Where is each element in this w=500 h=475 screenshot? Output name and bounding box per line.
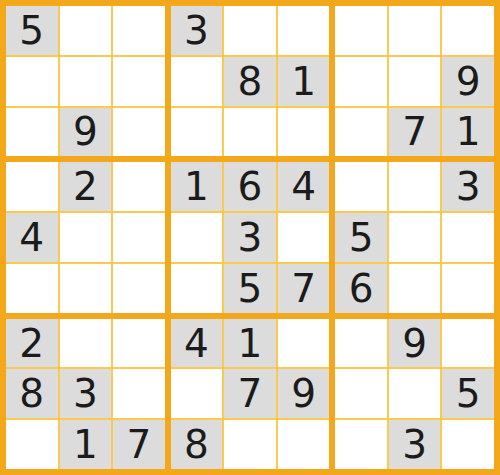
cell-r6c3[interactable]: [113, 264, 165, 313]
cell-r8c4[interactable]: [171, 369, 223, 418]
cell-r2c6: 1: [278, 57, 330, 106]
cell-r4c3[interactable]: [113, 162, 165, 211]
cell-r9c5[interactable]: [224, 420, 276, 469]
cell-r3c5[interactable]: [224, 108, 276, 157]
cell-r9c9[interactable]: [442, 420, 494, 469]
cell-r1c7[interactable]: [335, 6, 387, 55]
cell-r5c4[interactable]: [171, 213, 223, 262]
cell-r8c2: 3: [60, 369, 112, 418]
cell-r1c3[interactable]: [113, 6, 165, 55]
box-7: 28317: [6, 319, 165, 469]
cell-r5c3[interactable]: [113, 213, 165, 262]
cell-r1c8[interactable]: [389, 6, 441, 55]
cell-r5c9[interactable]: [442, 213, 494, 262]
sudoku-grid: 59 381 971 24 164357 356 28317 41798 953: [6, 6, 494, 469]
cell-r1c4: 3: [171, 6, 223, 55]
cell-r2c1[interactable]: [6, 57, 58, 106]
cell-r9c2: 1: [60, 420, 112, 469]
cell-r8c5: 7: [224, 369, 276, 418]
cell-r4c6: 4: [278, 162, 330, 211]
cell-r9c3: 7: [113, 420, 165, 469]
cell-r8c6: 9: [278, 369, 330, 418]
cell-r6c8[interactable]: [389, 264, 441, 313]
cell-r5c6[interactable]: [278, 213, 330, 262]
cell-r3c1[interactable]: [6, 108, 58, 157]
cell-r9c4: 8: [171, 420, 223, 469]
cell-r4c7[interactable]: [335, 162, 387, 211]
cell-r9c7[interactable]: [335, 420, 387, 469]
box-1: 59: [6, 6, 165, 156]
cell-r7c9[interactable]: [442, 319, 494, 368]
cell-r3c2: 9: [60, 108, 112, 157]
cell-r7c2[interactable]: [60, 319, 112, 368]
cell-r6c1[interactable]: [6, 264, 58, 313]
cell-r4c5: 6: [224, 162, 276, 211]
box-6: 356: [335, 162, 494, 312]
cell-r2c7[interactable]: [335, 57, 387, 106]
cell-r1c9[interactable]: [442, 6, 494, 55]
cell-r3c8: 7: [389, 108, 441, 157]
cell-r7c4: 4: [171, 319, 223, 368]
cell-r8c3[interactable]: [113, 369, 165, 418]
cell-r6c9[interactable]: [442, 264, 494, 313]
cell-r6c5: 5: [224, 264, 276, 313]
cell-r3c3[interactable]: [113, 108, 165, 157]
sudoku-board: 59 381 971 24 164357 356 28317 41798 953: [0, 0, 500, 475]
cell-r1c2[interactable]: [60, 6, 112, 55]
cell-r6c6: 7: [278, 264, 330, 313]
cell-r1c1: 5: [6, 6, 58, 55]
cell-r2c3[interactable]: [113, 57, 165, 106]
cell-r7c3[interactable]: [113, 319, 165, 368]
cell-r5c7: 5: [335, 213, 387, 262]
cell-r2c4[interactable]: [171, 57, 223, 106]
cell-r8c8[interactable]: [389, 369, 441, 418]
cell-r4c9: 3: [442, 162, 494, 211]
cell-r7c5: 1: [224, 319, 276, 368]
cell-r2c9: 9: [442, 57, 494, 106]
cell-r9c1[interactable]: [6, 420, 58, 469]
cell-r3c7[interactable]: [335, 108, 387, 157]
cell-r3c6[interactable]: [278, 108, 330, 157]
cell-r2c5: 8: [224, 57, 276, 106]
cell-r5c5: 3: [224, 213, 276, 262]
cell-r6c4[interactable]: [171, 264, 223, 313]
cell-r2c2[interactable]: [60, 57, 112, 106]
cell-r9c8: 3: [389, 420, 441, 469]
cell-r3c9: 1: [442, 108, 494, 157]
box-4: 24: [6, 162, 165, 312]
cell-r5c1: 4: [6, 213, 58, 262]
cell-r6c7: 6: [335, 264, 387, 313]
box-3: 971: [335, 6, 494, 156]
cell-r1c5[interactable]: [224, 6, 276, 55]
cell-r7c6[interactable]: [278, 319, 330, 368]
cell-r8c1: 8: [6, 369, 58, 418]
cell-r8c9: 5: [442, 369, 494, 418]
box-2: 381: [171, 6, 330, 156]
cell-r7c7[interactable]: [335, 319, 387, 368]
cell-r4c4: 1: [171, 162, 223, 211]
box-8: 41798: [171, 319, 330, 469]
cell-r4c2: 2: [60, 162, 112, 211]
cell-r5c8[interactable]: [389, 213, 441, 262]
cell-r4c1[interactable]: [6, 162, 58, 211]
cell-r3c4[interactable]: [171, 108, 223, 157]
cell-r7c8: 9: [389, 319, 441, 368]
cell-r7c1: 2: [6, 319, 58, 368]
cell-r2c8[interactable]: [389, 57, 441, 106]
cell-r8c7[interactable]: [335, 369, 387, 418]
cell-r9c6[interactable]: [278, 420, 330, 469]
cell-r1c6[interactable]: [278, 6, 330, 55]
cell-r4c8[interactable]: [389, 162, 441, 211]
box-9: 953: [335, 319, 494, 469]
cell-r6c2[interactable]: [60, 264, 112, 313]
box-5: 164357: [171, 162, 330, 312]
cell-r5c2[interactable]: [60, 213, 112, 262]
